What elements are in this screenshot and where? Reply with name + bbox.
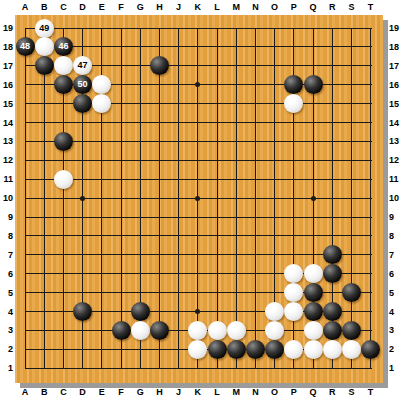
grid-line-vertical — [351, 28, 352, 369]
coord-label-right-3: 3 — [389, 325, 400, 335]
stone-black-Q16 — [304, 75, 323, 94]
stone-black-C18: 46 — [54, 37, 73, 56]
star-point-D10 — [80, 196, 85, 201]
grid-line-horizontal — [25, 122, 372, 123]
coord-label-right-15: 15 — [389, 99, 400, 109]
coord-label-left-13: 13 — [0, 136, 13, 146]
coord-label-top-C: C — [56, 2, 70, 12]
coord-label-top-N: N — [248, 2, 262, 12]
coord-label-right-12: 12 — [389, 155, 400, 165]
stone-white-O4 — [265, 302, 284, 321]
move-number-47: 47 — [78, 61, 88, 70]
grid-line-vertical — [44, 28, 45, 369]
stone-black-D4 — [73, 302, 92, 321]
stone-white-P2 — [284, 340, 303, 359]
coord-label-right-17: 17 — [389, 61, 400, 71]
grid-line-horizontal — [25, 141, 372, 142]
coord-label-right-5: 5 — [389, 288, 400, 298]
stone-white-C11 — [54, 170, 73, 189]
stone-black-R6 — [323, 264, 342, 283]
coord-label-bottom-S: S — [344, 387, 358, 397]
stone-white-P6 — [284, 264, 303, 283]
coord-label-bottom-E: E — [95, 387, 109, 397]
move-number-49: 49 — [39, 24, 49, 33]
coord-label-left-16: 16 — [0, 80, 13, 90]
coord-label-left-18: 18 — [0, 42, 13, 52]
coord-label-top-L: L — [210, 2, 224, 12]
grid-line-horizontal — [25, 217, 372, 218]
stone-white-O3 — [265, 321, 284, 340]
star-point-K4 — [195, 309, 200, 314]
stone-black-D16: 50 — [73, 75, 92, 94]
coord-label-bottom-C: C — [56, 387, 70, 397]
coord-label-left-15: 15 — [0, 99, 13, 109]
coord-label-right-16: 16 — [389, 80, 400, 90]
coord-label-left-9: 9 — [0, 212, 13, 222]
coord-label-left-5: 5 — [0, 288, 13, 298]
stone-black-H3 — [150, 321, 169, 340]
star-point-K10 — [195, 196, 200, 201]
grid-line-horizontal — [25, 368, 372, 369]
coord-label-bottom-F: F — [114, 387, 128, 397]
coord-label-left-11: 11 — [0, 174, 13, 184]
stone-white-L3 — [208, 321, 227, 340]
coord-label-bottom-Q: Q — [306, 387, 320, 397]
stone-white-E15 — [92, 94, 111, 113]
go-board[interactable]: 4948464750 — [15, 15, 383, 383]
stone-white-P15 — [284, 94, 303, 113]
stone-white-M3 — [227, 321, 246, 340]
coord-label-right-1: 1 — [389, 363, 400, 373]
grid-line-vertical — [236, 28, 237, 369]
stone-black-Q5 — [304, 283, 323, 302]
stone-white-Q2 — [304, 340, 323, 359]
grid-line-vertical — [25, 28, 26, 369]
stone-white-P5 — [284, 283, 303, 302]
coord-label-top-H: H — [152, 2, 166, 12]
coord-label-left-2: 2 — [0, 344, 13, 354]
coord-label-top-E: E — [95, 2, 109, 12]
coord-label-top-S: S — [344, 2, 358, 12]
grid-line-horizontal — [25, 46, 372, 47]
coord-label-bottom-B: B — [37, 387, 51, 397]
stone-white-E16 — [92, 75, 111, 94]
coord-label-bottom-M: M — [229, 387, 243, 397]
coord-label-right-7: 7 — [389, 250, 400, 260]
coord-label-bottom-A: A — [18, 387, 32, 397]
coord-label-top-Q: Q — [306, 2, 320, 12]
coord-label-right-6: 6 — [389, 269, 400, 279]
coord-label-top-K: K — [191, 2, 205, 12]
stone-black-G4 — [131, 302, 150, 321]
stone-black-A18: 48 — [16, 37, 35, 56]
coord-label-top-J: J — [172, 2, 186, 12]
coord-label-bottom-L: L — [210, 387, 224, 397]
grid-line-horizontal — [25, 28, 372, 29]
stone-black-R4 — [323, 302, 342, 321]
coord-label-top-M: M — [229, 2, 243, 12]
coord-label-right-9: 9 — [389, 212, 400, 222]
stone-black-N2 — [246, 340, 265, 359]
stone-black-T2 — [361, 340, 380, 359]
coord-label-top-T: T — [364, 2, 378, 12]
coord-label-left-14: 14 — [0, 118, 13, 128]
grid-line-horizontal — [25, 235, 372, 236]
stone-black-S5 — [342, 283, 361, 302]
coord-label-left-1: 1 — [0, 363, 13, 373]
stone-white-R2 — [323, 340, 342, 359]
grid-line-vertical — [217, 28, 218, 369]
stone-black-B17 — [35, 56, 54, 75]
coord-label-right-2: 2 — [389, 344, 400, 354]
stone-white-Q6 — [304, 264, 323, 283]
coord-label-bottom-R: R — [325, 387, 339, 397]
stone-black-H17 — [150, 56, 169, 75]
grid-line-vertical — [121, 28, 122, 369]
stone-white-G3 — [131, 321, 150, 340]
stone-white-B18 — [35, 37, 54, 56]
coord-label-top-P: P — [287, 2, 301, 12]
coord-label-top-G: G — [133, 2, 147, 12]
coord-label-top-A: A — [18, 2, 32, 12]
stone-white-K2 — [188, 340, 207, 359]
coord-label-bottom-O: O — [268, 387, 282, 397]
stone-white-B19: 49 — [35, 19, 54, 38]
coord-label-right-18: 18 — [389, 42, 400, 52]
star-point-Q10 — [311, 196, 316, 201]
coord-label-top-R: R — [325, 2, 339, 12]
grid-line-vertical — [370, 28, 371, 369]
coord-label-right-14: 14 — [389, 118, 400, 128]
stone-white-Q3 — [304, 321, 323, 340]
move-number-48: 48 — [20, 42, 30, 51]
coord-label-left-12: 12 — [0, 155, 13, 165]
stone-white-P4 — [284, 302, 303, 321]
stone-white-C17 — [54, 56, 73, 75]
coord-label-right-11: 11 — [389, 174, 400, 184]
grid-line-vertical — [178, 28, 179, 369]
stone-black-C16 — [54, 75, 73, 94]
move-number-50: 50 — [78, 80, 88, 89]
coord-label-right-8: 8 — [389, 231, 400, 241]
coord-label-left-10: 10 — [0, 193, 13, 203]
stone-white-S2 — [342, 340, 361, 359]
coord-label-bottom-D: D — [76, 387, 90, 397]
coord-label-bottom-J: J — [172, 387, 186, 397]
coord-label-left-8: 8 — [0, 231, 13, 241]
coord-label-bottom-H: H — [152, 387, 166, 397]
coord-label-right-10: 10 — [389, 193, 400, 203]
coord-label-right-4: 4 — [389, 307, 400, 317]
stone-black-S3 — [342, 321, 361, 340]
stone-black-R3 — [323, 321, 342, 340]
coord-label-bottom-N: N — [248, 387, 262, 397]
grid-line-horizontal — [25, 160, 372, 161]
stone-black-D15 — [73, 94, 92, 113]
grid-line-horizontal — [25, 254, 372, 255]
coord-label-top-O: O — [268, 2, 282, 12]
coord-label-left-3: 3 — [0, 325, 13, 335]
stone-black-R7 — [323, 245, 342, 264]
coord-label-top-D: D — [76, 2, 90, 12]
star-point-K16 — [195, 82, 200, 87]
stone-black-M2 — [227, 340, 246, 359]
stone-black-L2 — [208, 340, 227, 359]
coord-label-top-F: F — [114, 2, 128, 12]
coord-label-left-6: 6 — [0, 269, 13, 279]
stone-black-F3 — [112, 321, 131, 340]
go-diagram-page: 4948464750 AABBCCDDEEFFGGHHJJKKLLMMNNOOP… — [0, 0, 400, 400]
stone-black-Q4 — [304, 302, 323, 321]
coord-label-left-19: 19 — [0, 23, 13, 33]
coord-label-bottom-T: T — [364, 387, 378, 397]
stone-black-C13 — [54, 132, 73, 151]
coord-label-right-19: 19 — [389, 23, 400, 33]
grid-line-vertical — [159, 28, 160, 369]
move-number-46: 46 — [58, 42, 68, 51]
stone-black-P16 — [284, 75, 303, 94]
coord-label-bottom-P: P — [287, 387, 301, 397]
coord-label-left-4: 4 — [0, 307, 13, 317]
stone-black-O2 — [265, 340, 284, 359]
coord-label-right-13: 13 — [389, 136, 400, 146]
coord-label-top-B: B — [37, 2, 51, 12]
grid-line-horizontal — [25, 179, 372, 180]
grid-line-vertical — [255, 28, 256, 369]
stone-white-D17: 47 — [73, 56, 92, 75]
coord-label-left-7: 7 — [0, 250, 13, 260]
coord-label-left-17: 17 — [0, 61, 13, 71]
coord-label-bottom-G: G — [133, 387, 147, 397]
stone-white-K3 — [188, 321, 207, 340]
coord-label-bottom-K: K — [191, 387, 205, 397]
